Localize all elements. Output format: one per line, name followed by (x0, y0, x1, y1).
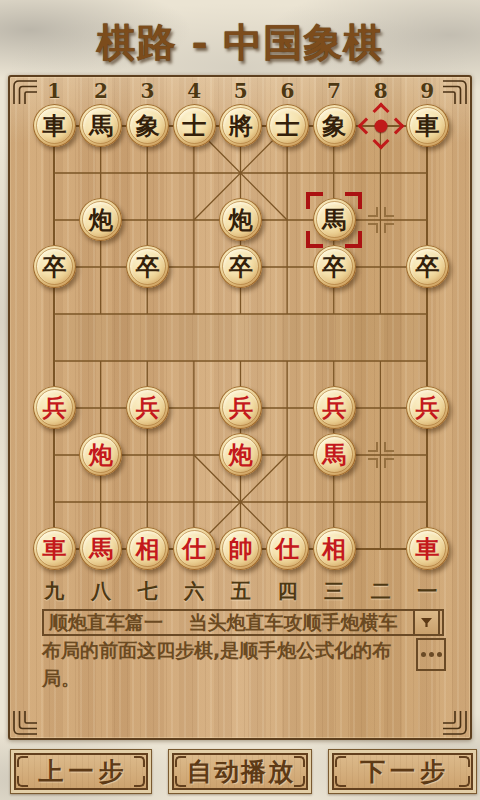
board-cell[interactable]: 車 (31, 525, 78, 572)
board-cell[interactable] (218, 290, 265, 337)
file-label: 五 (218, 578, 265, 605)
lesson-dropdown-value: 顺炮直车篇一 当头炮直车攻顺手炮横车 (49, 610, 398, 636)
board-cell[interactable] (311, 337, 358, 384)
more-button[interactable] (416, 638, 446, 671)
piece-rp[interactable]: 兵 (33, 386, 76, 429)
board-cell[interactable]: 相 (124, 525, 171, 572)
board-cell[interactable] (31, 196, 78, 243)
lesson-dropdown-button[interactable] (413, 609, 440, 636)
board-cell[interactable]: 車 (31, 102, 78, 149)
piece-bp[interactable]: 卒 (126, 245, 169, 288)
board-cell[interactable]: 帥 (218, 525, 265, 572)
board-cell[interactable] (264, 149, 311, 196)
file-label: 3 (124, 79, 171, 103)
board-cell[interactable] (124, 431, 171, 478)
board-cell[interactable] (124, 149, 171, 196)
lesson-description: 布局的前面这四步棋,是顺手炮公式化的布局。 (42, 636, 406, 692)
board-cell[interactable]: 將 (218, 102, 265, 149)
board-cell[interactable] (404, 478, 451, 525)
piece-rc[interactable]: 炮 (79, 433, 122, 476)
board-cell[interactable] (124, 337, 171, 384)
previous-step-button[interactable]: 上一步 (10, 749, 152, 794)
board-cell[interactable] (357, 290, 404, 337)
board-cell[interactable] (171, 384, 218, 431)
piece-bc[interactable]: 炮 (79, 198, 122, 241)
board-cell[interactable] (218, 337, 265, 384)
board-cell[interactable] (404, 196, 451, 243)
piece-bb[interactable]: 象 (313, 104, 356, 147)
board-cell[interactable] (171, 290, 218, 337)
board-cell[interactable] (264, 196, 311, 243)
piece-rn[interactable]: 馬 (313, 433, 356, 476)
piece-rb[interactable]: 相 (126, 527, 169, 570)
file-label: 5 (218, 79, 265, 103)
xiangqi-board[interactable]: 車馬象士將士象車炮炮馬卒卒卒卒卒兵兵兵兵兵炮炮馬車馬相仕帥仕相車 (31, 102, 451, 572)
board-cell[interactable] (171, 478, 218, 525)
board-cell[interactable] (357, 431, 404, 478)
board-cell[interactable]: 兵 (31, 384, 78, 431)
board-cell[interactable]: 象 (124, 102, 171, 149)
file-label: 2 (78, 79, 125, 103)
autoplay-button[interactable]: 自动播放 (168, 749, 312, 794)
board-cell[interactable] (264, 384, 311, 431)
board-cell[interactable] (171, 337, 218, 384)
board-cell[interactable]: 馬 (78, 102, 125, 149)
board-cell[interactable] (124, 290, 171, 337)
file-label: 4 (171, 79, 218, 103)
file-label: 9 (404, 79, 451, 103)
board-cell[interactable]: 卒 (218, 243, 265, 290)
board-cell[interactable] (357, 337, 404, 384)
board-cell[interactable]: 炮 (78, 431, 125, 478)
piece-bn[interactable]: 馬 (79, 104, 122, 147)
board-cell[interactable] (31, 431, 78, 478)
board-cell[interactable] (218, 478, 265, 525)
board-cell[interactable] (357, 102, 404, 149)
piece-rp[interactable]: 兵 (126, 386, 169, 429)
board-cell[interactable]: 炮 (78, 196, 125, 243)
board-cell[interactable]: 卒 (311, 243, 358, 290)
board-cell[interactable]: 兵 (218, 384, 265, 431)
board-cell[interactable]: 士 (171, 102, 218, 149)
file-coordinates-bottom: 九八七六五四三二一 (31, 578, 451, 605)
board-cell[interactable] (311, 149, 358, 196)
file-label: 九 (31, 578, 78, 605)
board-cell[interactable]: 兵 (404, 384, 451, 431)
board-cell[interactable] (171, 149, 218, 196)
piece-br[interactable]: 車 (406, 104, 449, 147)
board-cell[interactable] (171, 431, 218, 478)
board-cell[interactable] (31, 478, 78, 525)
board-cell[interactable] (78, 290, 125, 337)
board-cell[interactable] (31, 149, 78, 196)
lesson-dropdown[interactable]: 顺炮直车篇一 当头炮直车攻顺手炮横车 (42, 609, 444, 636)
board-cell[interactable] (78, 384, 125, 431)
piece-ra[interactable]: 仕 (266, 527, 309, 570)
piece-rp[interactable]: 兵 (219, 386, 262, 429)
board-cell[interactable]: 兵 (311, 384, 358, 431)
board-cell[interactable] (78, 478, 125, 525)
file-label: 1 (31, 79, 78, 103)
dropdown-arrow-icon (419, 615, 434, 630)
piece-ba[interactable]: 士 (266, 104, 309, 147)
board-cell[interactable]: 馬 (311, 431, 358, 478)
file-label: 八 (78, 578, 125, 605)
file-coordinates-top: 123456789 (31, 79, 451, 103)
piece-br[interactable]: 車 (33, 104, 76, 147)
board-cell[interactable]: 士 (264, 102, 311, 149)
board-cell[interactable] (404, 337, 451, 384)
piece-rr[interactable]: 車 (406, 527, 449, 570)
board-cell[interactable] (78, 243, 125, 290)
piece-bk[interactable]: 將 (219, 104, 262, 147)
piece-ra[interactable]: 仕 (173, 527, 216, 570)
piece-bc[interactable]: 炮 (219, 198, 262, 241)
board-panel: 123456789 九八七六五四三二一 車馬象士將士象車炮炮馬卒卒卒卒卒兵兵兵兵… (8, 75, 472, 740)
piece-bp[interactable]: 卒 (313, 245, 356, 288)
board-cell[interactable] (357, 525, 404, 572)
board-cell[interactable]: 車 (404, 102, 451, 149)
board-cell[interactable]: 車 (404, 525, 451, 572)
piece-rp[interactable]: 兵 (406, 386, 449, 429)
file-label: 六 (171, 578, 218, 605)
file-label: 七 (124, 578, 171, 605)
piece-rn[interactable]: 馬 (79, 527, 122, 570)
board-cell[interactable] (31, 290, 78, 337)
board-cell[interactable] (311, 290, 358, 337)
board-cell[interactable]: 仕 (171, 525, 218, 572)
board-cell[interactable]: 卒 (124, 243, 171, 290)
piece-bn[interactable]: 馬 (313, 198, 356, 241)
piece-bp[interactable]: 卒 (33, 245, 76, 288)
piece-rc[interactable]: 炮 (219, 433, 262, 476)
piece-bp[interactable]: 卒 (219, 245, 262, 288)
file-label: 6 (264, 79, 311, 103)
file-label: 二 (357, 578, 404, 605)
board-cell[interactable]: 馬 (311, 196, 358, 243)
board-cell[interactable] (218, 149, 265, 196)
board-cell[interactable] (78, 337, 125, 384)
board-cell[interactable]: 相 (311, 525, 358, 572)
piece-bb[interactable]: 象 (126, 104, 169, 147)
board-cell[interactable] (124, 478, 171, 525)
board-cell[interactable] (357, 149, 404, 196)
piece-ba[interactable]: 士 (173, 104, 216, 147)
board-cell[interactable] (357, 196, 404, 243)
board-cell[interactable]: 卒 (31, 243, 78, 290)
next-step-label: 下一步 (355, 755, 450, 788)
ellipsis-icon (421, 652, 426, 657)
board-cell[interactable] (264, 431, 311, 478)
file-label: 7 (311, 79, 358, 103)
file-label: 一 (404, 578, 451, 605)
piece-rb[interactable]: 相 (313, 527, 356, 570)
board-cell[interactable] (264, 337, 311, 384)
board-cell[interactable] (404, 431, 451, 478)
page-title: 棋路 - 中国象棋 (0, 16, 480, 70)
board-cell[interactable] (124, 196, 171, 243)
board-cell[interactable] (171, 243, 218, 290)
board-cell[interactable] (311, 478, 358, 525)
board-cell[interactable] (357, 243, 404, 290)
board-cell[interactable]: 馬 (78, 525, 125, 572)
board-cell[interactable]: 卒 (404, 243, 451, 290)
piece-rp[interactable]: 兵 (313, 386, 356, 429)
board-cell[interactable]: 炮 (218, 196, 265, 243)
board-cell[interactable] (357, 478, 404, 525)
file-label: 三 (311, 578, 358, 605)
board-cell[interactable] (31, 337, 78, 384)
board-cell[interactable]: 炮 (218, 431, 265, 478)
previous-step-label: 上一步 (34, 755, 129, 788)
autoplay-label: 自动播放 (185, 755, 295, 788)
board-cell[interactable]: 仕 (264, 525, 311, 572)
board-cell[interactable] (404, 149, 451, 196)
board-cell[interactable] (171, 196, 218, 243)
next-step-button[interactable]: 下一步 (328, 749, 477, 794)
board-cell[interactable] (264, 243, 311, 290)
file-label: 四 (264, 578, 311, 605)
board-cell[interactable]: 兵 (124, 384, 171, 431)
piece-bp[interactable]: 卒 (406, 245, 449, 288)
board-cell[interactable]: 象 (311, 102, 358, 149)
board-cell[interactable] (357, 384, 404, 431)
board-cell[interactable] (404, 290, 451, 337)
board-cell[interactable] (78, 149, 125, 196)
file-label: 8 (357, 79, 404, 103)
piece-rk[interactable]: 帥 (219, 527, 262, 570)
piece-rr[interactable]: 車 (33, 527, 76, 570)
board-cell[interactable] (264, 290, 311, 337)
board-cell[interactable] (264, 478, 311, 525)
